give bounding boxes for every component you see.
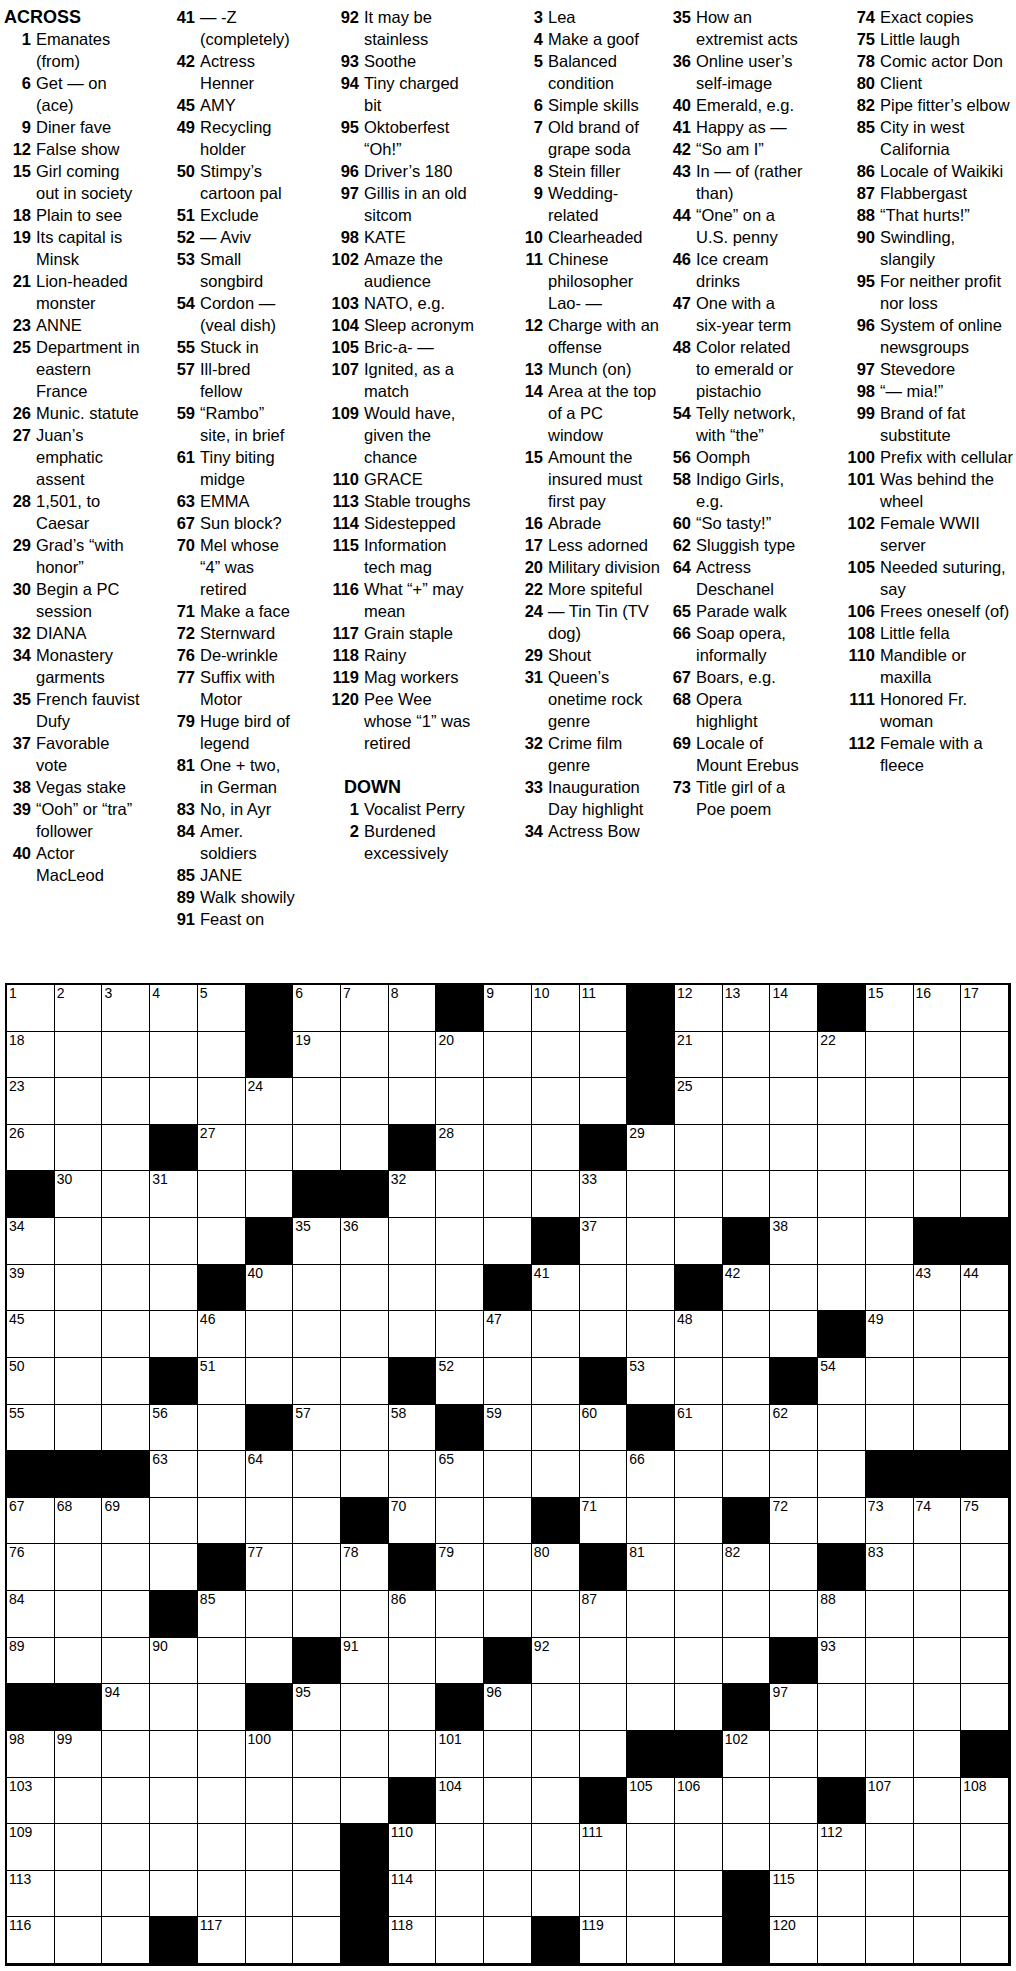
grid-cell-r15c16[interactable] xyxy=(723,1638,771,1685)
grid-cell-r1c7[interactable]: 6 xyxy=(293,985,341,1032)
grid-cell-r10c17[interactable]: 62 xyxy=(770,1405,818,1452)
grid-cell-r7c21[interactable]: 44 xyxy=(961,1265,1009,1312)
grid-cell-r9c5[interactable]: 51 xyxy=(198,1358,246,1405)
grid-cell-r1c8[interactable]: 7 xyxy=(341,985,389,1032)
grid-cell-r17c17[interactable] xyxy=(770,1731,818,1778)
grid-cell-r8c17[interactable] xyxy=(770,1311,818,1358)
grid-cell-r16c4[interactable] xyxy=(150,1684,198,1731)
grid-cell-r8c19[interactable]: 49 xyxy=(866,1311,914,1358)
grid-cell-r2c8[interactable] xyxy=(341,1032,389,1079)
grid-cell-r5c5[interactable] xyxy=(198,1171,246,1218)
grid-cell-r12c19[interactable]: 73 xyxy=(866,1498,914,1545)
grid-cell-r7c19[interactable] xyxy=(866,1265,914,1312)
grid-cell-r19c4[interactable] xyxy=(150,1824,198,1871)
grid-cell-r5c16[interactable] xyxy=(723,1171,771,1218)
grid-cell-r3c9[interactable] xyxy=(389,1078,437,1125)
grid-cell-r7c6[interactable]: 40 xyxy=(246,1265,294,1312)
grid-cell-r16c7[interactable]: 95 xyxy=(293,1684,341,1731)
grid-cell-r4c19[interactable] xyxy=(866,1125,914,1172)
grid-cell-r20c2[interactable] xyxy=(55,1871,103,1918)
grid-cell-r3c18[interactable] xyxy=(818,1078,866,1125)
grid-cell-r3c13[interactable] xyxy=(580,1078,628,1125)
grid-cell-r13c12[interactable]: 80 xyxy=(532,1544,580,1591)
grid-cell-r20c11[interactable] xyxy=(484,1871,532,1918)
grid-cell-r14c15[interactable] xyxy=(675,1591,723,1638)
grid-cell-r20c17[interactable]: 115 xyxy=(770,1871,818,1918)
grid-cell-r12c17[interactable]: 72 xyxy=(770,1498,818,1545)
grid-cell-r5c12[interactable] xyxy=(532,1171,580,1218)
grid-cell-r19c15[interactable] xyxy=(675,1824,723,1871)
grid-cell-r5c2[interactable]: 30 xyxy=(55,1171,103,1218)
grid-cell-r4c2[interactable] xyxy=(55,1125,103,1172)
grid-cell-r12c9[interactable]: 70 xyxy=(389,1498,437,1545)
grid-cell-r19c17[interactable] xyxy=(770,1824,818,1871)
grid-cell-r19c13[interactable]: 111 xyxy=(580,1824,628,1871)
grid-cell-r14c1[interactable]: 84 xyxy=(7,1591,55,1638)
grid-cell-r2c18[interactable]: 22 xyxy=(818,1032,866,1079)
grid-cell-r18c15[interactable]: 106 xyxy=(675,1778,723,1825)
grid-cell-r16c19[interactable] xyxy=(866,1684,914,1731)
grid-cell-r20c1[interactable]: 113 xyxy=(7,1871,55,1918)
grid-cell-r4c16[interactable] xyxy=(723,1125,771,1172)
grid-cell-r5c21[interactable] xyxy=(961,1171,1009,1218)
grid-cell-r6c5[interactable] xyxy=(198,1218,246,1265)
grid-cell-r2c21[interactable] xyxy=(961,1032,1009,1079)
grid-cell-r8c6[interactable] xyxy=(246,1311,294,1358)
grid-cell-r6c15[interactable] xyxy=(675,1218,723,1265)
grid-cell-r21c3[interactable] xyxy=(102,1917,150,1964)
grid-cell-r1c4[interactable]: 4 xyxy=(150,985,198,1032)
grid-cell-r6c18[interactable] xyxy=(818,1218,866,1265)
grid-cell-r17c4[interactable] xyxy=(150,1731,198,1778)
grid-cell-r3c17[interactable] xyxy=(770,1078,818,1125)
grid-cell-r21c9[interactable]: 118 xyxy=(389,1917,437,1964)
grid-cell-r10c21[interactable] xyxy=(961,1405,1009,1452)
grid-cell-r16c3[interactable]: 94 xyxy=(102,1684,150,1731)
grid-cell-r3c5[interactable] xyxy=(198,1078,246,1125)
grid-cell-r3c15[interactable]: 25 xyxy=(675,1078,723,1125)
grid-cell-r18c3[interactable] xyxy=(102,1778,150,1825)
grid-cell-r14c20[interactable] xyxy=(914,1591,962,1638)
grid-cell-r17c7[interactable] xyxy=(293,1731,341,1778)
grid-cell-r14c7[interactable] xyxy=(293,1591,341,1638)
grid-cell-r16c11[interactable]: 96 xyxy=(484,1684,532,1731)
grid-cell-r17c16[interactable]: 102 xyxy=(723,1731,771,1778)
grid-cell-r20c19[interactable] xyxy=(866,1871,914,1918)
grid-cell-r4c20[interactable] xyxy=(914,1125,962,1172)
grid-cell-r13c11[interactable] xyxy=(484,1544,532,1591)
grid-cell-r19c6[interactable] xyxy=(246,1824,294,1871)
grid-cell-r9c3[interactable] xyxy=(102,1358,150,1405)
grid-cell-r10c5[interactable] xyxy=(198,1405,246,1452)
grid-cell-r2c10[interactable]: 20 xyxy=(436,1032,484,1079)
grid-cell-r20c10[interactable] xyxy=(436,1871,484,1918)
grid-cell-r21c6[interactable] xyxy=(246,1917,294,1964)
grid-cell-r5c6[interactable] xyxy=(246,1171,294,1218)
grid-cell-r9c18[interactable]: 54 xyxy=(818,1358,866,1405)
grid-cell-r20c4[interactable] xyxy=(150,1871,198,1918)
grid-cell-r3c6[interactable]: 24 xyxy=(246,1078,294,1125)
grid-cell-r9c19[interactable] xyxy=(866,1358,914,1405)
grid-cell-r18c21[interactable]: 108 xyxy=(961,1778,1009,1825)
grid-cell-r8c21[interactable] xyxy=(961,1311,1009,1358)
grid-cell-r9c14[interactable]: 53 xyxy=(627,1358,675,1405)
grid-cell-r9c2[interactable] xyxy=(55,1358,103,1405)
grid-cell-r11c11[interactable] xyxy=(484,1451,532,1498)
grid-cell-r6c11[interactable] xyxy=(484,1218,532,1265)
grid-cell-r3c10[interactable] xyxy=(436,1078,484,1125)
grid-cell-r9c15[interactable] xyxy=(675,1358,723,1405)
grid-cell-r10c18[interactable] xyxy=(818,1405,866,1452)
grid-cell-r15c14[interactable] xyxy=(627,1638,675,1685)
grid-cell-r1c12[interactable]: 10 xyxy=(532,985,580,1032)
grid-cell-r20c9[interactable]: 114 xyxy=(389,1871,437,1918)
grid-cell-r21c19[interactable] xyxy=(866,1917,914,1964)
grid-cell-r15c20[interactable] xyxy=(914,1638,962,1685)
grid-cell-r10c20[interactable] xyxy=(914,1405,962,1452)
grid-cell-r2c4[interactable] xyxy=(150,1032,198,1079)
grid-cell-r1c5[interactable]: 5 xyxy=(198,985,246,1032)
grid-cell-r1c15[interactable]: 12 xyxy=(675,985,723,1032)
grid-cell-r5c11[interactable] xyxy=(484,1171,532,1218)
grid-cell-r20c5[interactable] xyxy=(198,1871,246,1918)
grid-cell-r11c6[interactable]: 64 xyxy=(246,1451,294,1498)
grid-cell-r8c15[interactable]: 48 xyxy=(675,1311,723,1358)
grid-cell-r4c6[interactable] xyxy=(246,1125,294,1172)
grid-cell-r7c14[interactable] xyxy=(627,1265,675,1312)
grid-cell-r21c18[interactable] xyxy=(818,1917,866,1964)
grid-cell-r12c10[interactable] xyxy=(436,1498,484,1545)
grid-cell-r20c6[interactable] xyxy=(246,1871,294,1918)
grid-cell-r17c5[interactable] xyxy=(198,1731,246,1778)
grid-cell-r14c13[interactable]: 87 xyxy=(580,1591,628,1638)
grid-cell-r9c16[interactable] xyxy=(723,1358,771,1405)
grid-cell-r3c2[interactable] xyxy=(55,1078,103,1125)
grid-cell-r5c20[interactable] xyxy=(914,1171,962,1218)
grid-cell-r11c16[interactable] xyxy=(723,1451,771,1498)
grid-cell-r12c20[interactable]: 74 xyxy=(914,1498,962,1545)
grid-cell-r16c13[interactable] xyxy=(580,1684,628,1731)
grid-cell-r15c21[interactable] xyxy=(961,1638,1009,1685)
grid-cell-r15c3[interactable] xyxy=(102,1638,150,1685)
grid-cell-r6c3[interactable] xyxy=(102,1218,150,1265)
grid-cell-r8c13[interactable] xyxy=(580,1311,628,1358)
grid-cell-r7c2[interactable] xyxy=(55,1265,103,1312)
grid-cell-r3c21[interactable] xyxy=(961,1078,1009,1125)
grid-cell-r7c12[interactable]: 41 xyxy=(532,1265,580,1312)
grid-cell-r15c4[interactable]: 90 xyxy=(150,1638,198,1685)
grid-cell-r19c20[interactable] xyxy=(914,1824,962,1871)
grid-cell-r3c3[interactable] xyxy=(102,1078,150,1125)
grid-cell-r18c7[interactable] xyxy=(293,1778,341,1825)
grid-cell-r21c14[interactable] xyxy=(627,1917,675,1964)
grid-cell-r14c3[interactable] xyxy=(102,1591,150,1638)
grid-cell-r17c8[interactable] xyxy=(341,1731,389,1778)
grid-cell-r17c2[interactable]: 99 xyxy=(55,1731,103,1778)
grid-cell-r3c7[interactable] xyxy=(293,1078,341,1125)
grid-cell-r4c17[interactable] xyxy=(770,1125,818,1172)
grid-cell-r14c14[interactable] xyxy=(627,1591,675,1638)
grid-cell-r11c17[interactable] xyxy=(770,1451,818,1498)
grid-cell-r5c4[interactable]: 31 xyxy=(150,1171,198,1218)
grid-cell-r18c8[interactable] xyxy=(341,1778,389,1825)
grid-cell-r8c2[interactable] xyxy=(55,1311,103,1358)
grid-cell-r12c5[interactable] xyxy=(198,1498,246,1545)
grid-cell-r20c7[interactable] xyxy=(293,1871,341,1918)
grid-cell-r4c10[interactable]: 28 xyxy=(436,1125,484,1172)
grid-cell-r9c20[interactable] xyxy=(914,1358,962,1405)
grid-cell-r7c1[interactable]: 39 xyxy=(7,1265,55,1312)
grid-cell-r6c1[interactable]: 34 xyxy=(7,1218,55,1265)
grid-cell-r2c12[interactable] xyxy=(532,1032,580,1079)
grid-cell-r9c7[interactable] xyxy=(293,1358,341,1405)
grid-cell-r19c7[interactable] xyxy=(293,1824,341,1871)
grid-cell-r16c14[interactable] xyxy=(627,1684,675,1731)
grid-cell-r1c17[interactable]: 14 xyxy=(770,985,818,1032)
grid-cell-r2c17[interactable] xyxy=(770,1032,818,1079)
grid-cell-r1c9[interactable]: 8 xyxy=(389,985,437,1032)
grid-cell-r11c8[interactable] xyxy=(341,1451,389,1498)
grid-cell-r19c1[interactable]: 109 xyxy=(7,1824,55,1871)
grid-cell-r17c19[interactable] xyxy=(866,1731,914,1778)
grid-cell-r15c6[interactable] xyxy=(246,1638,294,1685)
grid-cell-r9c21[interactable] xyxy=(961,1358,1009,1405)
grid-cell-r14c2[interactable] xyxy=(55,1591,103,1638)
grid-cell-r12c21[interactable]: 75 xyxy=(961,1498,1009,1545)
grid-cell-r16c18[interactable] xyxy=(818,1684,866,1731)
grid-cell-r11c18[interactable] xyxy=(818,1451,866,1498)
grid-cell-r6c2[interactable] xyxy=(55,1218,103,1265)
grid-cell-r4c18[interactable] xyxy=(818,1125,866,1172)
grid-cell-r6c14[interactable] xyxy=(627,1218,675,1265)
grid-cell-r15c12[interactable]: 92 xyxy=(532,1638,580,1685)
grid-cell-r3c1[interactable]: 23 xyxy=(7,1078,55,1125)
grid-cell-r1c13[interactable]: 11 xyxy=(580,985,628,1032)
grid-cell-r2c9[interactable] xyxy=(389,1032,437,1079)
grid-cell-r8c11[interactable]: 47 xyxy=(484,1311,532,1358)
grid-cell-r1c21[interactable]: 17 xyxy=(961,985,1009,1032)
grid-cell-r16c12[interactable] xyxy=(532,1684,580,1731)
grid-cell-r18c4[interactable] xyxy=(150,1778,198,1825)
grid-cell-r7c7[interactable] xyxy=(293,1265,341,1312)
grid-cell-r6c19[interactable] xyxy=(866,1218,914,1265)
grid-cell-r8c10[interactable] xyxy=(436,1311,484,1358)
grid-cell-r21c13[interactable]: 119 xyxy=(580,1917,628,1964)
grid-cell-r7c9[interactable] xyxy=(389,1265,437,1312)
grid-cell-r4c1[interactable]: 26 xyxy=(7,1125,55,1172)
grid-cell-r12c13[interactable]: 71 xyxy=(580,1498,628,1545)
grid-cell-r4c7[interactable] xyxy=(293,1125,341,1172)
grid-cell-r3c8[interactable] xyxy=(341,1078,389,1125)
grid-cell-r1c20[interactable]: 16 xyxy=(914,985,962,1032)
grid-cell-r7c16[interactable]: 42 xyxy=(723,1265,771,1312)
grid-cell-r19c5[interactable] xyxy=(198,1824,246,1871)
grid-cell-r2c7[interactable]: 19 xyxy=(293,1032,341,1079)
grid-cell-r21c1[interactable]: 116 xyxy=(7,1917,55,1964)
grid-cell-r17c12[interactable] xyxy=(532,1731,580,1778)
grid-cell-r14c18[interactable]: 88 xyxy=(818,1591,866,1638)
grid-cell-r10c2[interactable] xyxy=(55,1405,103,1452)
grid-cell-r12c6[interactable] xyxy=(246,1498,294,1545)
grid-cell-r14c19[interactable] xyxy=(866,1591,914,1638)
grid-cell-r13c7[interactable] xyxy=(293,1544,341,1591)
grid-cell-r4c14[interactable]: 29 xyxy=(627,1125,675,1172)
grid-cell-r12c7[interactable] xyxy=(293,1498,341,1545)
grid-cell-r15c1[interactable]: 89 xyxy=(7,1638,55,1685)
grid-cell-r16c5[interactable] xyxy=(198,1684,246,1731)
grid-cell-r19c2[interactable] xyxy=(55,1824,103,1871)
grid-cell-r13c4[interactable] xyxy=(150,1544,198,1591)
grid-cell-r1c3[interactable]: 3 xyxy=(102,985,150,1032)
grid-cell-r2c11[interactable] xyxy=(484,1032,532,1079)
grid-cell-r21c21[interactable] xyxy=(961,1917,1009,1964)
grid-cell-r10c15[interactable]: 61 xyxy=(675,1405,723,1452)
grid-cell-r20c18[interactable] xyxy=(818,1871,866,1918)
grid-cell-r11c9[interactable] xyxy=(389,1451,437,1498)
grid-cell-r3c16[interactable] xyxy=(723,1078,771,1125)
grid-cell-r12c1[interactable]: 67 xyxy=(7,1498,55,1545)
grid-cell-r8c16[interactable] xyxy=(723,1311,771,1358)
grid-cell-r10c8[interactable] xyxy=(341,1405,389,1452)
grid-cell-r5c10[interactable] xyxy=(436,1171,484,1218)
grid-cell-r12c2[interactable]: 68 xyxy=(55,1498,103,1545)
grid-cell-r17c18[interactable] xyxy=(818,1731,866,1778)
grid-cell-r13c1[interactable]: 76 xyxy=(7,1544,55,1591)
grid-cell-r6c8[interactable]: 36 xyxy=(341,1218,389,1265)
grid-cell-r5c17[interactable] xyxy=(770,1171,818,1218)
grid-cell-r21c5[interactable]: 117 xyxy=(198,1917,246,1964)
grid-cell-r18c17[interactable] xyxy=(770,1778,818,1825)
grid-cell-r20c13[interactable] xyxy=(580,1871,628,1918)
grid-cell-r20c12[interactable] xyxy=(532,1871,580,1918)
grid-cell-r16c15[interactable] xyxy=(675,1684,723,1731)
grid-cell-r10c16[interactable] xyxy=(723,1405,771,1452)
grid-cell-r15c8[interactable]: 91 xyxy=(341,1638,389,1685)
grid-cell-r19c9[interactable]: 110 xyxy=(389,1824,437,1871)
grid-cell-r4c11[interactable] xyxy=(484,1125,532,1172)
grid-cell-r6c4[interactable] xyxy=(150,1218,198,1265)
grid-cell-r15c19[interactable] xyxy=(866,1638,914,1685)
grid-cell-r15c10[interactable] xyxy=(436,1638,484,1685)
grid-cell-r8c14[interactable] xyxy=(627,1311,675,1358)
grid-cell-r9c11[interactable] xyxy=(484,1358,532,1405)
grid-cell-r13c8[interactable]: 78 xyxy=(341,1544,389,1591)
grid-cell-r14c8[interactable] xyxy=(341,1591,389,1638)
grid-cell-r18c20[interactable] xyxy=(914,1778,962,1825)
grid-cell-r12c15[interactable] xyxy=(675,1498,723,1545)
grid-cell-r10c11[interactable]: 59 xyxy=(484,1405,532,1452)
grid-cell-r18c1[interactable]: 103 xyxy=(7,1778,55,1825)
grid-cell-r11c12[interactable] xyxy=(532,1451,580,1498)
grid-cell-r10c12[interactable] xyxy=(532,1405,580,1452)
grid-cell-r2c16[interactable] xyxy=(723,1032,771,1079)
grid-cell-r11c10[interactable]: 65 xyxy=(436,1451,484,1498)
grid-cell-r14c9[interactable]: 86 xyxy=(389,1591,437,1638)
grid-cell-r18c6[interactable] xyxy=(246,1778,294,1825)
grid-cell-r13c3[interactable] xyxy=(102,1544,150,1591)
grid-cell-r16c8[interactable] xyxy=(341,1684,389,1731)
grid-cell-r19c16[interactable] xyxy=(723,1824,771,1871)
grid-cell-r8c20[interactable] xyxy=(914,1311,962,1358)
grid-cell-r15c13[interactable] xyxy=(580,1638,628,1685)
grid-cell-r6c9[interactable] xyxy=(389,1218,437,1265)
grid-cell-r7c3[interactable] xyxy=(102,1265,150,1312)
grid-cell-r7c17[interactable] xyxy=(770,1265,818,1312)
grid-cell-r12c3[interactable]: 69 xyxy=(102,1498,150,1545)
grid-cell-r15c2[interactable] xyxy=(55,1638,103,1685)
grid-cell-r5c15[interactable] xyxy=(675,1171,723,1218)
grid-cell-r3c12[interactable] xyxy=(532,1078,580,1125)
grid-cell-r16c21[interactable] xyxy=(961,1684,1009,1731)
grid-cell-r1c2[interactable]: 2 xyxy=(55,985,103,1032)
grid-cell-r14c16[interactable] xyxy=(723,1591,771,1638)
grid-cell-r7c20[interactable]: 43 xyxy=(914,1265,962,1312)
grid-cell-r7c13[interactable] xyxy=(580,1265,628,1312)
grid-cell-r2c20[interactable] xyxy=(914,1032,962,1079)
grid-cell-r10c9[interactable]: 58 xyxy=(389,1405,437,1452)
grid-cell-r14c10[interactable] xyxy=(436,1591,484,1638)
grid-cell-r2c5[interactable] xyxy=(198,1032,246,1079)
grid-cell-r10c19[interactable] xyxy=(866,1405,914,1452)
grid-cell-r9c8[interactable] xyxy=(341,1358,389,1405)
grid-cell-r18c2[interactable] xyxy=(55,1778,103,1825)
grid-cell-r9c1[interactable]: 50 xyxy=(7,1358,55,1405)
grid-cell-r6c13[interactable]: 37 xyxy=(580,1218,628,1265)
grid-cell-r17c1[interactable]: 98 xyxy=(7,1731,55,1778)
grid-cell-r17c13[interactable] xyxy=(580,1731,628,1778)
grid-cell-r4c21[interactable] xyxy=(961,1125,1009,1172)
grid-cell-r1c19[interactable]: 15 xyxy=(866,985,914,1032)
grid-cell-r17c6[interactable]: 100 xyxy=(246,1731,294,1778)
grid-cell-r9c6[interactable] xyxy=(246,1358,294,1405)
grid-cell-r19c11[interactable] xyxy=(484,1824,532,1871)
grid-cell-r19c10[interactable] xyxy=(436,1824,484,1871)
grid-cell-r1c16[interactable]: 13 xyxy=(723,985,771,1032)
grid-cell-r13c17[interactable] xyxy=(770,1544,818,1591)
grid-cell-r5c13[interactable]: 33 xyxy=(580,1171,628,1218)
grid-cell-r5c3[interactable] xyxy=(102,1171,150,1218)
grid-cell-r21c10[interactable] xyxy=(436,1917,484,1964)
grid-cell-r13c6[interactable]: 77 xyxy=(246,1544,294,1591)
grid-cell-r2c19[interactable] xyxy=(866,1032,914,1079)
grid-cell-r13c14[interactable]: 81 xyxy=(627,1544,675,1591)
grid-cell-r19c21[interactable] xyxy=(961,1824,1009,1871)
grid-cell-r8c1[interactable]: 45 xyxy=(7,1311,55,1358)
grid-cell-r3c4[interactable] xyxy=(150,1078,198,1125)
grid-cell-r18c10[interactable]: 104 xyxy=(436,1778,484,1825)
grid-cell-r3c19[interactable] xyxy=(866,1078,914,1125)
grid-cell-r8c9[interactable] xyxy=(389,1311,437,1358)
grid-cell-r7c8[interactable] xyxy=(341,1265,389,1312)
grid-cell-r15c5[interactable] xyxy=(198,1638,246,1685)
grid-cell-r19c18[interactable]: 112 xyxy=(818,1824,866,1871)
grid-cell-r8c3[interactable] xyxy=(102,1311,150,1358)
grid-cell-r3c20[interactable] xyxy=(914,1078,962,1125)
grid-cell-r15c9[interactable] xyxy=(389,1638,437,1685)
grid-cell-r11c13[interactable] xyxy=(580,1451,628,1498)
grid-cell-r6c17[interactable]: 38 xyxy=(770,1218,818,1265)
grid-cell-r13c2[interactable] xyxy=(55,1544,103,1591)
grid-cell-r4c15[interactable] xyxy=(675,1125,723,1172)
grid-cell-r14c6[interactable] xyxy=(246,1591,294,1638)
grid-cell-r12c11[interactable] xyxy=(484,1498,532,1545)
grid-cell-r17c11[interactable] xyxy=(484,1731,532,1778)
grid-cell-r1c11[interactable]: 9 xyxy=(484,985,532,1032)
grid-cell-r17c10[interactable]: 101 xyxy=(436,1731,484,1778)
grid-cell-r19c3[interactable] xyxy=(102,1824,150,1871)
grid-cell-r18c11[interactable] xyxy=(484,1778,532,1825)
grid-cell-r11c15[interactable] xyxy=(675,1451,723,1498)
